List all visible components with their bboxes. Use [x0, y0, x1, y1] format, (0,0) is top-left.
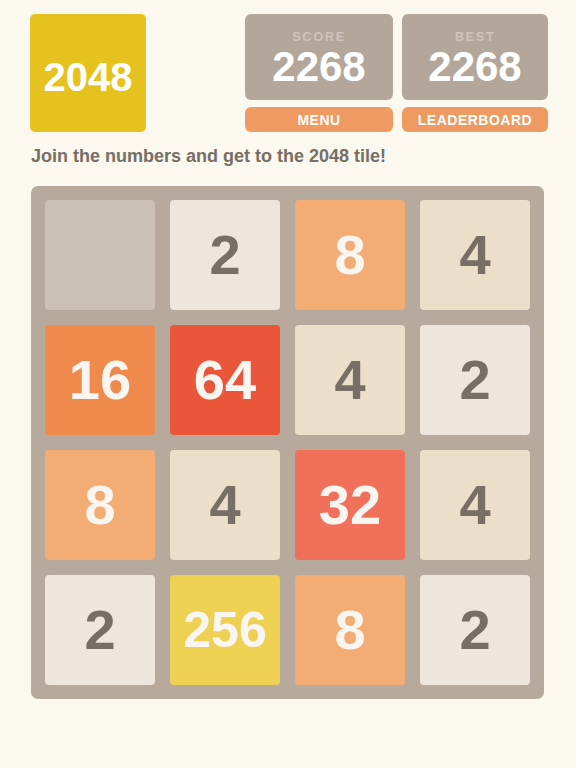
tagline: Join the numbers and get to the 2048 til…: [31, 146, 551, 167]
tile-cell-r3c1: 8: [45, 450, 155, 560]
tile-cell-r2c2: 64: [170, 325, 280, 435]
game-board[interactable]: 2 8 4 16 64 4 2 8 4 32 4 2 256 8 2: [31, 186, 544, 699]
tile-cell-r4c2: 256: [170, 575, 280, 685]
score-box: SCORE 2268: [245, 14, 393, 100]
menu-button[interactable]: MENU: [245, 107, 393, 132]
score-label: SCORE: [292, 29, 346, 44]
tile-cell-r1c2: 2: [170, 200, 280, 310]
tile-cell-r1c4: 4: [420, 200, 530, 310]
tile-cell-r3c2: 4: [170, 450, 280, 560]
tile-cell-r2c3: 4: [295, 325, 405, 435]
best-label: BEST: [455, 29, 496, 44]
tile-cell-r4c4: 2: [420, 575, 530, 685]
leaderboard-button[interactable]: LEADERBOARD: [402, 107, 548, 132]
tile-cell-r1c1: [45, 200, 155, 310]
tile-cell-r2c1: 16: [45, 325, 155, 435]
app-logo-tile: 2048: [30, 14, 146, 132]
tile-cell-r2c4: 2: [420, 325, 530, 435]
logo-label: 2048: [44, 55, 133, 100]
tile-cell-r4c3: 8: [295, 575, 405, 685]
tile-cell-r3c4: 4: [420, 450, 530, 560]
tile-cell-r4c1: 2: [45, 575, 155, 685]
best-value: 2268: [428, 46, 521, 88]
tile-cell-r3c3: 32: [295, 450, 405, 560]
best-box: BEST 2268: [402, 14, 548, 100]
score-value: 2268: [272, 46, 365, 88]
tile-cell-r1c3: 8: [295, 200, 405, 310]
